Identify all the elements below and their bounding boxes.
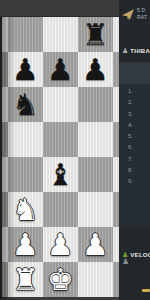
black-rook[interactable]: ♜ [82,17,109,52]
black-pawn[interactable]: ♟ [82,52,109,87]
square-b8[interactable] [8,17,43,52]
move-list-panel: 1.2.3.4.5.6.7.8.9. [119,62,150,228]
white-pawn[interactable]: ♟ [82,227,109,262]
square-b4[interactable] [8,157,43,192]
move-number: 8. [119,165,150,176]
square-d6[interactable] [78,87,113,122]
square-b3[interactable]: ♞ [8,192,43,227]
square-d7[interactable]: ♟ [78,52,113,87]
move-number: 6. [119,142,150,153]
rated-label: RAT [137,14,150,21]
pawn-icon: ♟ [122,257,129,266]
paper-plane-icon [122,9,134,20]
player-top[interactable]: ♟THIBA [122,41,150,50]
square-b5[interactable] [8,122,43,157]
square-c6[interactable] [43,87,78,122]
square-c5[interactable] [43,122,78,157]
gold-indicator [142,289,150,292]
game-info: 5 D RAT [122,7,150,25]
chess-board[interactable]: ♛♜♟♟♟♞♟♞♝♞♟♟♟♛♜♚ [0,17,119,297]
left-edge-bezel [0,17,2,300]
square-d1[interactable] [78,262,113,297]
black-bishop[interactable]: ♝ [47,157,74,192]
square-b7[interactable]: ♟ [8,52,43,87]
game-sidebar: 5 D RAT ♟THIBA 1.2.3.4.5.6.7.8.9. ♟VELOC… [119,0,150,300]
white-king[interactable]: ♚ [47,262,74,297]
move-list: 1.2.3.4.5.6.7.8.9. [119,86,150,188]
player-bottom-name: VELOC [130,252,150,258]
move-number: 7. [119,154,150,165]
square-b2[interactable]: ♟ [8,227,43,262]
square-d4[interactable] [78,157,113,192]
square-c7[interactable]: ♟ [43,52,78,87]
square-b1[interactable]: ♜ [8,262,43,297]
square-c1[interactable]: ♚ [43,262,78,297]
white-knight[interactable]: ♞ [12,192,39,227]
top-bar [0,0,119,17]
move-number: 3. [119,109,150,120]
move-list-header [119,62,150,84]
move-number: 9. [119,176,150,187]
square-c2[interactable]: ♟ [43,227,78,262]
square-c4[interactable]: ♝ [43,157,78,192]
white-pawn[interactable]: ♟ [47,227,74,262]
app-screen: ♛♜♟♟♟♞♟♞♝♞♟♟♟♛♜♚ 5 D RAT ♟THIBA 1.2.3.4.… [0,0,150,300]
pawn-icon: ♟ [122,47,128,55]
player-top-name: THIBA [130,48,150,54]
time-control-label: 5 D [137,7,150,14]
black-pawn[interactable]: ♟ [47,52,74,87]
white-pawn[interactable]: ♟ [12,227,39,262]
move-number: 4. [119,120,150,131]
black-knight[interactable]: ♞ [12,87,39,122]
player-bottom[interactable]: ♟VELOC [122,245,150,254]
square-d3[interactable] [78,192,113,227]
move-number: 1. [119,86,150,97]
square-c8[interactable] [43,17,78,52]
square-d8[interactable]: ♜ [78,17,113,52]
square-b6[interactable]: ♞ [8,87,43,122]
move-number: 2. [119,97,150,108]
square-c3[interactable] [43,192,78,227]
square-d2[interactable]: ♟ [78,227,113,262]
black-pawn[interactable]: ♟ [12,52,39,87]
board-area: ♛♜♟♟♟♞♟♞♝♞♟♟♟♛♜♚ [0,0,119,300]
square-d5[interactable] [78,122,113,157]
move-number: 5. [119,131,150,142]
white-rook[interactable]: ♜ [12,262,39,297]
